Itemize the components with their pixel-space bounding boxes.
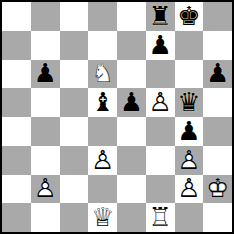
square-b8[interactable] bbox=[31, 2, 60, 31]
piece-white-pawn: ♟♙ bbox=[175, 146, 204, 175]
square-c5[interactable] bbox=[60, 88, 89, 117]
piece-white-pawn: ♟♙ bbox=[31, 175, 60, 204]
square-a3[interactable] bbox=[2, 146, 31, 175]
chess-diagram: ♜♚♟♟♞♘♟♝♟♟♙♛♟♟♙♟♙♟♙♟♙♚♔♛♕♜♖ bbox=[0, 0, 234, 234]
square-b2[interactable]: ♟♙ bbox=[31, 175, 60, 204]
square-f7[interactable]: ♟ bbox=[146, 31, 175, 60]
square-c6[interactable] bbox=[60, 60, 89, 89]
square-f2[interactable] bbox=[146, 175, 175, 204]
square-g3[interactable]: ♟♙ bbox=[175, 146, 204, 175]
square-a4[interactable] bbox=[2, 117, 31, 146]
piece-glyph: ♟ bbox=[146, 31, 175, 60]
square-e1[interactable] bbox=[117, 203, 146, 232]
square-c3[interactable] bbox=[60, 146, 89, 175]
square-d3[interactable]: ♟♙ bbox=[88, 146, 117, 175]
square-e2[interactable] bbox=[117, 175, 146, 204]
square-f6[interactable] bbox=[146, 60, 175, 89]
piece-glyph: ♟ bbox=[117, 88, 146, 117]
square-d2[interactable] bbox=[88, 175, 117, 204]
piece-black-pawn: ♟ bbox=[117, 88, 146, 117]
square-e3[interactable] bbox=[117, 146, 146, 175]
piece-glyph: ♜ bbox=[146, 2, 175, 31]
piece-white-pawn: ♟♙ bbox=[146, 88, 175, 117]
square-b1[interactable] bbox=[31, 203, 60, 232]
square-h8[interactable] bbox=[203, 2, 232, 31]
square-d4[interactable] bbox=[88, 117, 117, 146]
square-f4[interactable] bbox=[146, 117, 175, 146]
square-c1[interactable] bbox=[60, 203, 89, 232]
piece-black-pawn: ♟ bbox=[146, 31, 175, 60]
square-a5[interactable] bbox=[2, 88, 31, 117]
piece-glyph-outline: ♔ bbox=[203, 175, 232, 204]
square-f5[interactable]: ♟♙ bbox=[146, 88, 175, 117]
square-c7[interactable] bbox=[60, 31, 89, 60]
square-d7[interactable] bbox=[88, 31, 117, 60]
piece-glyph-outline: ♕ bbox=[88, 203, 117, 232]
piece-white-pawn: ♟♙ bbox=[88, 146, 117, 175]
piece-black-king: ♚ bbox=[175, 2, 204, 31]
square-c4[interactable] bbox=[60, 117, 89, 146]
square-h7[interactable] bbox=[203, 31, 232, 60]
square-d1[interactable]: ♛♕ bbox=[88, 203, 117, 232]
square-d8[interactable] bbox=[88, 2, 117, 31]
square-a7[interactable] bbox=[2, 31, 31, 60]
piece-glyph-outline: ♖ bbox=[146, 203, 175, 232]
square-b5[interactable] bbox=[31, 88, 60, 117]
square-a1[interactable] bbox=[2, 203, 31, 232]
piece-glyph: ♟ bbox=[203, 60, 232, 89]
square-h6[interactable]: ♟ bbox=[203, 60, 232, 89]
piece-black-queen: ♛ bbox=[175, 88, 204, 117]
square-e4[interactable] bbox=[117, 117, 146, 146]
piece-glyph-outline: ♙ bbox=[175, 146, 204, 175]
square-a8[interactable] bbox=[2, 2, 31, 31]
square-g7[interactable] bbox=[175, 31, 204, 60]
piece-black-rook: ♜ bbox=[146, 2, 175, 31]
square-g1[interactable] bbox=[175, 203, 204, 232]
square-f3[interactable] bbox=[146, 146, 175, 175]
square-b4[interactable] bbox=[31, 117, 60, 146]
piece-white-king: ♚♔ bbox=[203, 175, 232, 204]
piece-glyph-outline: ♙ bbox=[175, 175, 204, 204]
square-h2[interactable]: ♚♔ bbox=[203, 175, 232, 204]
square-b3[interactable] bbox=[31, 146, 60, 175]
square-h5[interactable] bbox=[203, 88, 232, 117]
square-a6[interactable] bbox=[2, 60, 31, 89]
piece-black-pawn: ♟ bbox=[31, 60, 60, 89]
square-e6[interactable] bbox=[117, 60, 146, 89]
piece-glyph: ♚ bbox=[175, 2, 204, 31]
piece-black-pawn: ♟ bbox=[175, 117, 204, 146]
piece-white-knight: ♞♘ bbox=[88, 60, 117, 89]
piece-glyph: ♟ bbox=[175, 117, 204, 146]
square-d5[interactable]: ♝ bbox=[88, 88, 117, 117]
square-g8[interactable]: ♚ bbox=[175, 2, 204, 31]
piece-white-rook: ♜♖ bbox=[146, 203, 175, 232]
piece-glyph-outline: ♙ bbox=[31, 175, 60, 204]
square-g6[interactable] bbox=[175, 60, 204, 89]
piece-white-queen: ♛♕ bbox=[88, 203, 117, 232]
piece-glyph-outline: ♘ bbox=[88, 60, 117, 89]
square-g4[interactable]: ♟ bbox=[175, 117, 204, 146]
piece-white-pawn: ♟♙ bbox=[175, 175, 204, 204]
piece-black-pawn: ♟ bbox=[203, 60, 232, 89]
piece-black-bishop: ♝ bbox=[88, 88, 117, 117]
square-g5[interactable]: ♛ bbox=[175, 88, 204, 117]
piece-glyph-outline: ♙ bbox=[146, 88, 175, 117]
square-b6[interactable]: ♟ bbox=[31, 60, 60, 89]
square-g2[interactable]: ♟♙ bbox=[175, 175, 204, 204]
square-e5[interactable]: ♟ bbox=[117, 88, 146, 117]
square-b7[interactable] bbox=[31, 31, 60, 60]
square-h4[interactable] bbox=[203, 117, 232, 146]
square-e8[interactable] bbox=[117, 2, 146, 31]
square-a2[interactable] bbox=[2, 175, 31, 204]
chess-board: ♜♚♟♟♞♘♟♝♟♟♙♛♟♟♙♟♙♟♙♟♙♚♔♛♕♜♖ bbox=[0, 0, 234, 234]
piece-glyph: ♟ bbox=[31, 60, 60, 89]
square-e7[interactable] bbox=[117, 31, 146, 60]
piece-glyph: ♛ bbox=[175, 88, 204, 117]
square-d6[interactable]: ♞♘ bbox=[88, 60, 117, 89]
square-c8[interactable] bbox=[60, 2, 89, 31]
square-f1[interactable]: ♜♖ bbox=[146, 203, 175, 232]
square-f8[interactable]: ♜ bbox=[146, 2, 175, 31]
square-c2[interactable] bbox=[60, 175, 89, 204]
square-h1[interactable] bbox=[203, 203, 232, 232]
piece-glyph: ♝ bbox=[88, 88, 117, 117]
square-h3[interactable] bbox=[203, 146, 232, 175]
piece-glyph-outline: ♙ bbox=[88, 146, 117, 175]
